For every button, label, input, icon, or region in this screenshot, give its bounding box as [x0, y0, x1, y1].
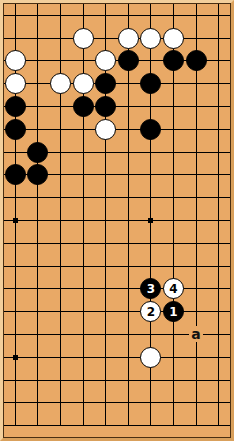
- intersection[interactable]: [49, 323, 72, 346]
- intersection[interactable]: [207, 232, 230, 255]
- intersection[interactable]: [49, 50, 72, 73]
- intersection[interactable]: [207, 277, 230, 300]
- intersection[interactable]: [117, 72, 140, 95]
- intersection[interactable]: [49, 277, 72, 300]
- intersection[interactable]: [185, 50, 208, 73]
- intersection[interactable]: [162, 209, 185, 232]
- intersection[interactable]: [207, 346, 230, 369]
- intersection[interactable]: [49, 391, 72, 414]
- intersection[interactable]: [140, 323, 163, 346]
- intersection[interactable]: [49, 95, 72, 118]
- black-stone-move-3: 3: [140, 278, 161, 299]
- star-point: [13, 355, 18, 360]
- intersection[interactable]: [72, 414, 95, 437]
- intersection[interactable]: [117, 118, 140, 141]
- intersection[interactable]: [4, 95, 27, 118]
- intersection[interactable]: [162, 323, 185, 346]
- intersection[interactable]: [94, 72, 117, 95]
- intersection[interactable]: [94, 414, 117, 437]
- white-stone-move-2: 2: [140, 301, 161, 322]
- black-stone: [5, 96, 26, 117]
- intersection[interactable]: [185, 369, 208, 392]
- intersection[interactable]: [185, 414, 208, 437]
- intersection[interactable]: [72, 186, 95, 209]
- white-stone: [95, 119, 116, 140]
- intersection[interactable]: [117, 4, 140, 27]
- intersection[interactable]: [162, 369, 185, 392]
- intersection[interactable]: [27, 209, 50, 232]
- black-stone: [5, 164, 26, 185]
- intersection[interactable]: [207, 4, 230, 27]
- intersection[interactable]: [94, 27, 117, 50]
- intersection[interactable]: [4, 164, 27, 187]
- intersection[interactable]: [185, 232, 208, 255]
- intersection[interactable]: [207, 300, 230, 323]
- intersection[interactable]: [162, 391, 185, 414]
- intersection[interactable]: [140, 391, 163, 414]
- intersection[interactable]: [94, 255, 117, 278]
- intersection[interactable]: [140, 72, 163, 95]
- intersection[interactable]: [72, 95, 95, 118]
- go-board: 3421a: [4, 4, 230, 437]
- intersection[interactable]: [117, 186, 140, 209]
- intersection[interactable]: [162, 414, 185, 437]
- intersection[interactable]: [185, 186, 208, 209]
- intersection[interactable]: [27, 277, 50, 300]
- white-stone: [73, 73, 94, 94]
- intersection[interactable]: [117, 232, 140, 255]
- intersection[interactable]: [140, 346, 163, 369]
- intersection[interactable]: [72, 255, 95, 278]
- black-stone: [118, 50, 139, 71]
- intersection[interactable]: [49, 255, 72, 278]
- intersection[interactable]: [49, 164, 72, 187]
- intersection[interactable]: a: [185, 323, 208, 346]
- intersection[interactable]: [49, 141, 72, 164]
- intersection[interactable]: [27, 369, 50, 392]
- intersection[interactable]: [27, 346, 50, 369]
- intersection[interactable]: [117, 50, 140, 73]
- intersection[interactable]: [140, 255, 163, 278]
- intersection[interactable]: [49, 232, 72, 255]
- intersection[interactable]: [185, 346, 208, 369]
- intersection[interactable]: [140, 50, 163, 73]
- intersection[interactable]: [27, 50, 50, 73]
- intersection[interactable]: [185, 391, 208, 414]
- intersection[interactable]: [117, 300, 140, 323]
- intersection[interactable]: [27, 186, 50, 209]
- intersection[interactable]: [185, 209, 208, 232]
- intersection[interactable]: [49, 4, 72, 27]
- intersection[interactable]: [27, 232, 50, 255]
- intersection[interactable]: [72, 141, 95, 164]
- intersection[interactable]: [117, 164, 140, 187]
- intersection[interactable]: [49, 346, 72, 369]
- intersection[interactable]: [207, 141, 230, 164]
- intersection[interactable]: [117, 369, 140, 392]
- intersection[interactable]: [207, 95, 230, 118]
- white-stone: [163, 28, 184, 49]
- intersection[interactable]: 4: [162, 277, 185, 300]
- intersection[interactable]: [117, 255, 140, 278]
- black-stone: [27, 164, 48, 185]
- intersection[interactable]: [72, 118, 95, 141]
- intersection[interactable]: [4, 4, 27, 27]
- white-stone-move-4: 4: [163, 278, 184, 299]
- intersection[interactable]: [140, 369, 163, 392]
- intersection[interactable]: [72, 4, 95, 27]
- intersection[interactable]: [140, 4, 163, 27]
- intersection[interactable]: [49, 27, 72, 50]
- go-diagram: 3421a: [0, 0, 234, 441]
- intersection[interactable]: [27, 27, 50, 50]
- intersection[interactable]: [162, 141, 185, 164]
- star-point: [13, 218, 18, 223]
- intersection[interactable]: [207, 323, 230, 346]
- black-stone: [186, 50, 207, 71]
- black-stone: [163, 50, 184, 71]
- intersection[interactable]: [140, 232, 163, 255]
- intersection[interactable]: [117, 323, 140, 346]
- intersection[interactable]: [162, 164, 185, 187]
- intersection[interactable]: [4, 209, 27, 232]
- intersection[interactable]: [117, 209, 140, 232]
- intersection[interactable]: [27, 300, 50, 323]
- intersection[interactable]: [4, 141, 27, 164]
- intersection[interactable]: [72, 346, 95, 369]
- intersection[interactable]: [207, 27, 230, 50]
- white-stone: [73, 28, 94, 49]
- black-stone: [95, 73, 116, 94]
- intersection[interactable]: [140, 414, 163, 437]
- white-stone: [140, 28, 161, 49]
- intersection[interactable]: [207, 50, 230, 73]
- intersection[interactable]: [207, 72, 230, 95]
- intersection[interactable]: [27, 95, 50, 118]
- intersection[interactable]: [72, 209, 95, 232]
- white-stone: [5, 50, 26, 71]
- intersection[interactable]: [185, 95, 208, 118]
- intersection[interactable]: [94, 232, 117, 255]
- intersection[interactable]: 3: [140, 277, 163, 300]
- intersection[interactable]: [162, 95, 185, 118]
- white-stone: [140, 347, 161, 368]
- white-stone: [95, 50, 116, 71]
- intersection[interactable]: [207, 118, 230, 141]
- intersection[interactable]: [94, 141, 117, 164]
- intersection[interactable]: [140, 118, 163, 141]
- intersection[interactable]: [27, 414, 50, 437]
- intersection[interactable]: [94, 209, 117, 232]
- intersection[interactable]: [185, 118, 208, 141]
- intersection[interactable]: [162, 72, 185, 95]
- black-stone-move-1: 1: [163, 301, 184, 322]
- intersection[interactable]: [4, 255, 27, 278]
- intersection[interactable]: [207, 391, 230, 414]
- intersection[interactable]: [162, 255, 185, 278]
- intersection[interactable]: [49, 118, 72, 141]
- intersection[interactable]: [185, 300, 208, 323]
- black-stone: [95, 96, 116, 117]
- intersection[interactable]: [4, 323, 27, 346]
- black-stone: [140, 73, 161, 94]
- board-frame: 3421a: [3, 3, 231, 438]
- intersection[interactable]: [207, 164, 230, 187]
- intersection[interactable]: 2: [140, 300, 163, 323]
- intersection[interactable]: [162, 346, 185, 369]
- intersection[interactable]: [4, 232, 27, 255]
- intersection[interactable]: [94, 300, 117, 323]
- intersection[interactable]: [185, 277, 208, 300]
- intersection[interactable]: [207, 209, 230, 232]
- black-stone: [73, 96, 94, 117]
- intersection[interactable]: [117, 391, 140, 414]
- intersection[interactable]: [185, 164, 208, 187]
- intersection[interactable]: [140, 186, 163, 209]
- intersection[interactable]: [27, 118, 50, 141]
- intersection[interactable]: [72, 164, 95, 187]
- intersection[interactable]: [72, 391, 95, 414]
- intersection[interactable]: [185, 27, 208, 50]
- intersection[interactable]: [162, 27, 185, 50]
- intersection[interactable]: [49, 414, 72, 437]
- intersection[interactable]: 1: [162, 300, 185, 323]
- intersection[interactable]: [117, 414, 140, 437]
- intersection[interactable]: [4, 300, 27, 323]
- intersection[interactable]: [207, 414, 230, 437]
- intersection[interactable]: [4, 277, 27, 300]
- intersection[interactable]: [4, 186, 27, 209]
- intersection[interactable]: [72, 277, 95, 300]
- star-point: [148, 218, 153, 223]
- intersection[interactable]: [4, 414, 27, 437]
- intersection[interactable]: [185, 4, 208, 27]
- intersection[interactable]: [162, 118, 185, 141]
- intersection[interactable]: [27, 323, 50, 346]
- intersection[interactable]: [117, 95, 140, 118]
- intersection[interactable]: [94, 391, 117, 414]
- intersection[interactable]: [49, 72, 72, 95]
- intersection[interactable]: [94, 4, 117, 27]
- intersection[interactable]: [4, 27, 27, 50]
- intersection[interactable]: [49, 186, 72, 209]
- intersection[interactable]: [94, 346, 117, 369]
- intersection[interactable]: [4, 118, 27, 141]
- intersection[interactable]: [185, 72, 208, 95]
- white-stone: [118, 28, 139, 49]
- intersection[interactable]: [140, 27, 163, 50]
- intersection[interactable]: [27, 141, 50, 164]
- intersection[interactable]: [162, 50, 185, 73]
- intersection[interactable]: [94, 164, 117, 187]
- intersection[interactable]: [207, 255, 230, 278]
- intersection[interactable]: [72, 232, 95, 255]
- intersection[interactable]: [117, 277, 140, 300]
- intersection[interactable]: [94, 50, 117, 73]
- intersection[interactable]: [4, 369, 27, 392]
- intersection[interactable]: [27, 4, 50, 27]
- intersection[interactable]: [27, 391, 50, 414]
- intersection[interactable]: [140, 209, 163, 232]
- intersection[interactable]: [162, 4, 185, 27]
- intersection[interactable]: [27, 164, 50, 187]
- intersection[interactable]: [162, 232, 185, 255]
- intersection[interactable]: [94, 186, 117, 209]
- intersection[interactable]: [49, 369, 72, 392]
- intersection[interactable]: [4, 72, 27, 95]
- intersection[interactable]: [140, 141, 163, 164]
- intersection[interactable]: [49, 300, 72, 323]
- intersection[interactable]: [140, 95, 163, 118]
- intersection[interactable]: [49, 209, 72, 232]
- intersection[interactable]: [94, 323, 117, 346]
- intersection[interactable]: [94, 95, 117, 118]
- intersection[interactable]: [27, 255, 50, 278]
- white-stone: [5, 73, 26, 94]
- black-stone: [140, 119, 161, 140]
- intersection[interactable]: [94, 277, 117, 300]
- intersection[interactable]: [72, 369, 95, 392]
- intersection[interactable]: [72, 27, 95, 50]
- intersection[interactable]: [72, 323, 95, 346]
- intersection[interactable]: [94, 369, 117, 392]
- intersection[interactable]: [207, 369, 230, 392]
- intersection[interactable]: [207, 186, 230, 209]
- intersection[interactable]: [185, 255, 208, 278]
- intersection[interactable]: [117, 27, 140, 50]
- intersection[interactable]: [4, 50, 27, 73]
- intersection[interactable]: [94, 118, 117, 141]
- intersection[interactable]: [162, 186, 185, 209]
- intersection[interactable]: [117, 141, 140, 164]
- point-label-a[interactable]: a: [189, 326, 202, 342]
- intersection[interactable]: [4, 346, 27, 369]
- intersection[interactable]: [140, 164, 163, 187]
- intersection[interactable]: [117, 346, 140, 369]
- white-stone: [50, 73, 71, 94]
- intersection[interactable]: [72, 300, 95, 323]
- intersection[interactable]: [185, 141, 208, 164]
- intersection[interactable]: [27, 72, 50, 95]
- intersection[interactable]: [4, 391, 27, 414]
- intersection[interactable]: [72, 72, 95, 95]
- black-stone: [27, 142, 48, 163]
- black-stone: [5, 119, 26, 140]
- intersection[interactable]: [72, 50, 95, 73]
